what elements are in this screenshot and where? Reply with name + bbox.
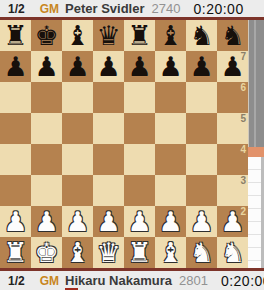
- square-f2[interactable]: ♟: [155, 206, 186, 237]
- square-g6[interactable]: [186, 82, 217, 113]
- square-b1[interactable]: ♚: [31, 237, 62, 268]
- square-g4[interactable]: [186, 144, 217, 175]
- piece-white-pawn: ♟: [93, 206, 124, 237]
- piece-white-pawn: ♟: [62, 206, 93, 237]
- piece-black-pawn: ♟: [124, 51, 155, 82]
- piece-white-bishop: ♝: [62, 237, 93, 268]
- square-e2[interactable]: ♟: [124, 206, 155, 237]
- rank-label-3: 3: [240, 175, 246, 186]
- square-e8[interactable]: ♜: [124, 20, 155, 51]
- match-score-bottom: 1/2: [8, 274, 25, 288]
- piece-white-pawn: ♟: [31, 206, 62, 237]
- square-d8[interactable]: ♛: [93, 20, 124, 51]
- piece-white-rook: ♜: [124, 237, 155, 268]
- square-a8[interactable]: ♜: [0, 20, 31, 51]
- side-panel-highlight-row[interactable]: [248, 147, 264, 157]
- square-e6[interactable]: [124, 82, 155, 113]
- piece-white-pawn: ♟: [124, 206, 155, 237]
- piece-black-king: ♚: [31, 20, 62, 51]
- square-f7[interactable]: ♟: [155, 51, 186, 82]
- square-c5[interactable]: [62, 113, 93, 144]
- square-e3[interactable]: [124, 175, 155, 206]
- player-name-rest: karu Nakamura: [78, 273, 172, 288]
- square-a6[interactable]: [0, 82, 31, 113]
- square-f6[interactable]: [155, 82, 186, 113]
- piece-white-bishop: ♝: [155, 237, 186, 268]
- square-g5[interactable]: [186, 113, 217, 144]
- square-e1[interactable]: ♜: [124, 237, 155, 268]
- square-c3[interactable]: [62, 175, 93, 206]
- piece-white-knight: ♞: [186, 237, 217, 268]
- chess-app-window: 1/2 GM Peter Svidler 2740 0:20:00 ♜♚♝♛♜♝…: [0, 0, 264, 290]
- piece-black-queen: ♛: [93, 20, 124, 51]
- square-f3[interactable]: [155, 175, 186, 206]
- square-c1[interactable]: ♝: [62, 237, 93, 268]
- square-d1[interactable]: ♛: [93, 237, 124, 268]
- piece-white-pawn: ♟: [0, 206, 31, 237]
- square-f4[interactable]: [155, 144, 186, 175]
- piece-black-knight: ♞: [217, 20, 248, 51]
- rank-label-4: 4: [240, 144, 246, 155]
- side-panel-gray-area: [248, 20, 264, 147]
- player-name-underlined-part: Hi: [65, 273, 78, 290]
- piece-black-pawn: ♟: [93, 51, 124, 82]
- square-b7[interactable]: ♟: [31, 51, 62, 82]
- title-tag-bottom: GM: [40, 274, 59, 288]
- piece-black-pawn: ♟: [0, 51, 31, 82]
- square-g8[interactable]: ♞: [186, 20, 217, 51]
- square-b3[interactable]: [31, 175, 62, 206]
- piece-black-bishop: ♝: [62, 20, 93, 51]
- player-clock-bottom: 0:20:00: [221, 273, 264, 289]
- square-g3[interactable]: [186, 175, 217, 206]
- piece-white-rook: ♜: [0, 237, 31, 268]
- player-bar-top: 1/2 GM Peter Svidler 2740 0:20:00: [0, 0, 264, 17]
- square-c4[interactable]: [62, 144, 93, 175]
- player-rating-bottom: 2801: [179, 273, 208, 288]
- square-a5[interactable]: [0, 113, 31, 144]
- square-d7[interactable]: ♟: [93, 51, 124, 82]
- square-c8[interactable]: ♝: [62, 20, 93, 51]
- square-h8[interactable]: ♞: [217, 20, 248, 51]
- square-c7[interactable]: ♟: [62, 51, 93, 82]
- player-bar-bottom: 1/2 GM Hikaru Nakamura 2801 0:20:00: [0, 271, 264, 290]
- piece-black-bishop: ♝: [155, 20, 186, 51]
- square-d2[interactable]: ♟: [93, 206, 124, 237]
- player-name-top: Peter Svidler: [65, 1, 145, 16]
- square-g7[interactable]: ♟: [186, 51, 217, 82]
- title-tag-top: GM: [40, 2, 59, 16]
- square-c6[interactable]: [62, 82, 93, 113]
- square-e7[interactable]: ♟: [124, 51, 155, 82]
- player-name-bottom: Hikaru Nakamura: [65, 273, 172, 288]
- piece-white-king: ♚: [31, 237, 62, 268]
- piece-black-rook: ♜: [124, 20, 155, 51]
- square-e5[interactable]: [124, 113, 155, 144]
- square-b5[interactable]: [31, 113, 62, 144]
- rank-label-6: 6: [240, 82, 246, 93]
- piece-black-pawn: ♟: [62, 51, 93, 82]
- square-h3[interactable]: 3: [217, 175, 248, 206]
- piece-black-rook: ♜: [0, 20, 31, 51]
- piece-white-pawn: ♟: [186, 206, 217, 237]
- square-b2[interactable]: ♟: [31, 206, 62, 237]
- square-b6[interactable]: [31, 82, 62, 113]
- piece-white-queen: ♛: [93, 237, 124, 268]
- square-h5[interactable]: 5: [217, 113, 248, 144]
- piece-white-pawn: ♟: [155, 206, 186, 237]
- square-b8[interactable]: ♚: [31, 20, 62, 51]
- square-h6[interactable]: 6: [217, 82, 248, 113]
- square-a7[interactable]: ♟: [0, 51, 31, 82]
- square-h4[interactable]: 4: [217, 144, 248, 175]
- match-score-top: 1/2: [8, 2, 25, 16]
- side-panel-list[interactable]: [248, 157, 264, 268]
- square-h1[interactable]: ♞: [217, 237, 248, 268]
- square-h7[interactable]: ♟7: [217, 51, 248, 82]
- piece-black-pawn: ♟: [31, 51, 62, 82]
- square-a4[interactable]: [0, 144, 31, 175]
- piece-black-pawn: ♟: [155, 51, 186, 82]
- rank-label-2: 2: [240, 206, 246, 217]
- square-c2[interactable]: ♟: [62, 206, 93, 237]
- square-e4[interactable]: [124, 144, 155, 175]
- square-f8[interactable]: ♝: [155, 20, 186, 51]
- square-g2[interactable]: ♟: [186, 206, 217, 237]
- square-f1[interactable]: ♝: [155, 237, 186, 268]
- rank-label-7: 7: [240, 51, 246, 62]
- square-h2[interactable]: ♟2: [217, 206, 248, 237]
- square-d5[interactable]: [93, 113, 124, 144]
- square-a2[interactable]: ♟: [0, 206, 31, 237]
- square-a3[interactable]: [0, 175, 31, 206]
- rank-label-5: 5: [240, 113, 246, 124]
- square-d6[interactable]: [93, 82, 124, 113]
- square-d3[interactable]: [93, 175, 124, 206]
- square-f5[interactable]: [155, 113, 186, 144]
- square-g1[interactable]: ♞: [186, 237, 217, 268]
- chess-board: ♜♚♝♛♜♝♞♞♟♟♟♟♟♟♟♟76543♟♟♟♟♟♟♟♟2♜♚♝♛♜♝♞♞: [0, 20, 248, 268]
- piece-black-knight: ♞: [186, 20, 217, 51]
- square-b4[interactable]: [31, 144, 62, 175]
- player-rating-top: 2740: [152, 1, 181, 16]
- piece-black-pawn: ♟: [186, 51, 217, 82]
- square-a1[interactable]: ♜: [0, 237, 31, 268]
- player-clock-top: 0:20:00: [193, 1, 243, 17]
- piece-white-knight: ♞: [217, 237, 248, 268]
- side-panel: [248, 20, 264, 268]
- square-d4[interactable]: [93, 144, 124, 175]
